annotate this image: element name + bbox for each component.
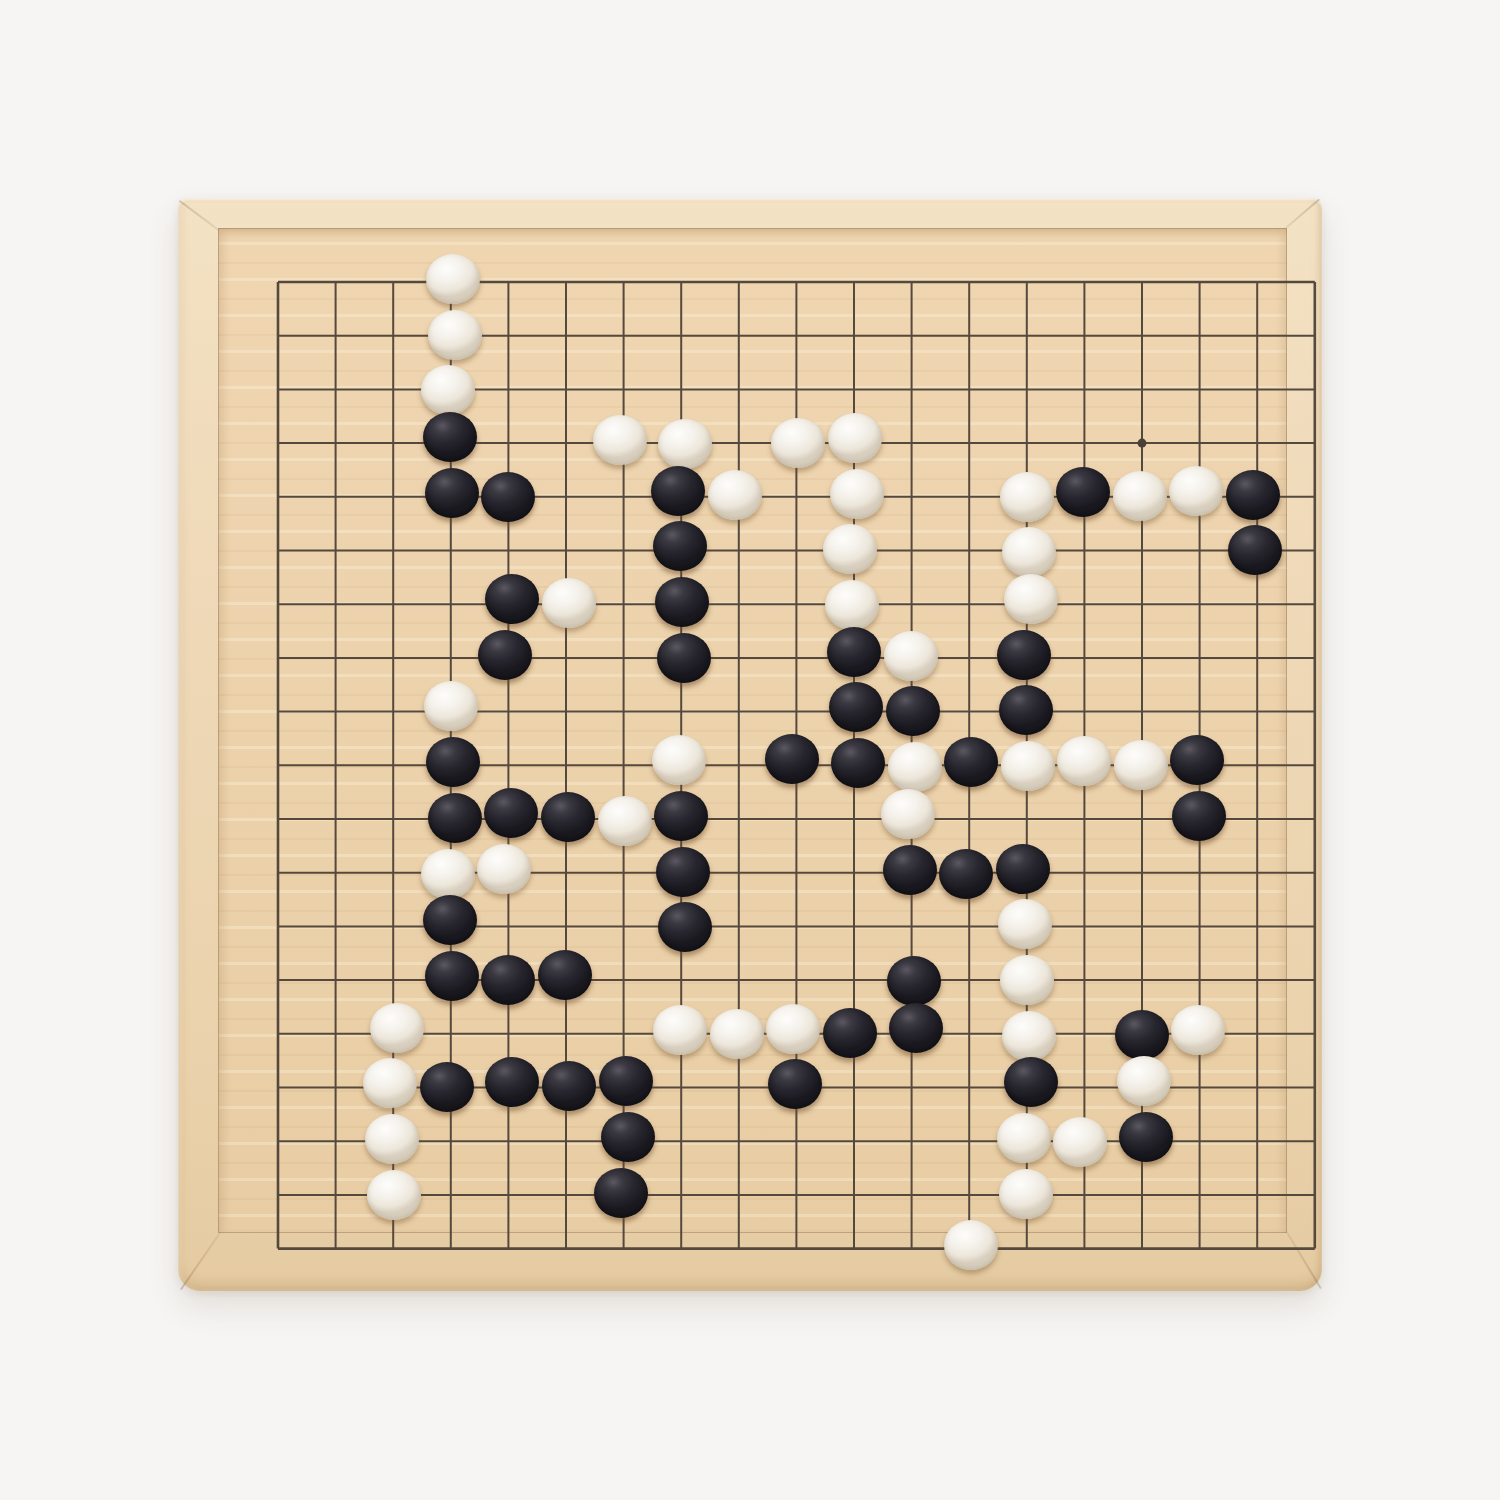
- stone-black[interactable]: [889, 1003, 943, 1053]
- stone-black[interactable]: [823, 1008, 877, 1058]
- stone-black[interactable]: [484, 788, 538, 838]
- stone-black[interactable]: [765, 734, 819, 784]
- stone-white[interactable]: [710, 1009, 764, 1059]
- stone-black[interactable]: [1056, 467, 1110, 517]
- stone-white[interactable]: [1117, 1056, 1171, 1106]
- stone-black[interactable]: [485, 1057, 539, 1107]
- stone-white[interactable]: [998, 899, 1052, 949]
- stone-black[interactable]: [541, 792, 595, 842]
- stone-black[interactable]: [655, 577, 709, 627]
- stone-black[interactable]: [831, 738, 885, 788]
- stone-black[interactable]: [768, 1059, 822, 1109]
- stone-white[interactable]: [370, 1003, 424, 1053]
- frame-miter-top-left: [179, 200, 219, 231]
- stone-white[interactable]: [593, 415, 647, 465]
- stone-black[interactable]: [883, 845, 937, 895]
- stone-white[interactable]: [997, 1113, 1051, 1163]
- stone-white[interactable]: [1000, 955, 1054, 1005]
- photo-background: [0, 0, 1500, 1500]
- stone-black[interactable]: [997, 630, 1051, 680]
- stone-black[interactable]: [1115, 1010, 1169, 1060]
- stone-white[interactable]: [771, 418, 825, 468]
- stone-white[interactable]: [1000, 472, 1054, 522]
- stone-black[interactable]: [425, 468, 479, 518]
- stones-layer: [249, 255, 1343, 1275]
- stone-white[interactable]: [1002, 1011, 1056, 1061]
- stone-black[interactable]: [425, 951, 479, 1001]
- stone-black[interactable]: [1170, 735, 1224, 785]
- stone-white[interactable]: [426, 254, 480, 304]
- stone-black[interactable]: [829, 682, 883, 732]
- stone-black[interactable]: [485, 574, 539, 624]
- stone-black[interactable]: [887, 956, 941, 1006]
- stone-black[interactable]: [594, 1168, 648, 1218]
- stone-black[interactable]: [656, 847, 710, 897]
- stone-black[interactable]: [653, 521, 707, 571]
- stone-white[interactable]: [1113, 471, 1167, 521]
- stone-white[interactable]: [421, 849, 475, 899]
- stone-white[interactable]: [428, 310, 482, 360]
- stone-white[interactable]: [999, 1169, 1053, 1219]
- stone-white[interactable]: [542, 578, 596, 628]
- stone-white[interactable]: [766, 1004, 820, 1054]
- go-board: [178, 198, 1322, 1291]
- stone-black[interactable]: [996, 844, 1050, 894]
- stone-white[interactable]: [1057, 736, 1111, 786]
- stone-black[interactable]: [542, 1061, 596, 1111]
- stone-white[interactable]: [477, 844, 531, 894]
- stone-white[interactable]: [881, 789, 935, 839]
- stone-white[interactable]: [944, 1220, 998, 1270]
- stone-white[interactable]: [1004, 574, 1058, 624]
- stone-black[interactable]: [420, 1062, 474, 1112]
- stone-white[interactable]: [367, 1170, 421, 1220]
- board-playing-surface[interactable]: [218, 228, 1287, 1233]
- stone-white[interactable]: [1001, 741, 1055, 791]
- stone-white[interactable]: [652, 735, 706, 785]
- stone-black[interactable]: [654, 791, 708, 841]
- stone-black[interactable]: [1228, 525, 1282, 575]
- stone-black[interactable]: [939, 849, 993, 899]
- stone-white[interactable]: [708, 470, 762, 520]
- stone-white[interactable]: [888, 742, 942, 792]
- stone-black[interactable]: [999, 685, 1053, 735]
- stone-white[interactable]: [1114, 740, 1168, 790]
- stone-black[interactable]: [1004, 1057, 1058, 1107]
- stone-white[interactable]: [823, 524, 877, 574]
- frame-miter-top-right: [1284, 199, 1320, 230]
- stone-black[interactable]: [944, 737, 998, 787]
- stone-white[interactable]: [884, 631, 938, 681]
- stone-black[interactable]: [1172, 791, 1226, 841]
- stone-white[interactable]: [1053, 1117, 1107, 1167]
- stone-black[interactable]: [658, 902, 712, 952]
- stone-black[interactable]: [423, 412, 477, 462]
- stone-black[interactable]: [538, 950, 592, 1000]
- stone-white[interactable]: [598, 796, 652, 846]
- stone-black[interactable]: [1119, 1112, 1173, 1162]
- frame-miter-bottom-left: [180, 1231, 221, 1289]
- stone-black[interactable]: [481, 955, 535, 1005]
- stone-black[interactable]: [426, 737, 480, 787]
- stone-black[interactable]: [599, 1056, 653, 1106]
- stone-black[interactable]: [1226, 470, 1280, 520]
- stone-white[interactable]: [830, 469, 884, 519]
- stone-black[interactable]: [827, 627, 881, 677]
- stone-black[interactable]: [478, 630, 532, 680]
- stone-black[interactable]: [651, 466, 705, 516]
- stone-white[interactable]: [828, 413, 882, 463]
- stone-white[interactable]: [363, 1058, 417, 1108]
- stone-white[interactable]: [421, 365, 475, 415]
- stone-white[interactable]: [1002, 527, 1056, 577]
- stone-black[interactable]: [481, 472, 535, 522]
- stone-white[interactable]: [1169, 466, 1223, 516]
- stone-black[interactable]: [428, 793, 482, 843]
- stone-black[interactable]: [886, 686, 940, 736]
- stone-white[interactable]: [653, 1005, 707, 1055]
- stone-white[interactable]: [658, 419, 712, 469]
- stone-white[interactable]: [424, 681, 478, 731]
- stone-white[interactable]: [825, 580, 879, 630]
- stone-black[interactable]: [657, 633, 711, 683]
- stone-white[interactable]: [1171, 1005, 1225, 1055]
- stone-black[interactable]: [601, 1112, 655, 1162]
- stone-white[interactable]: [365, 1114, 419, 1164]
- stone-black[interactable]: [423, 895, 477, 945]
